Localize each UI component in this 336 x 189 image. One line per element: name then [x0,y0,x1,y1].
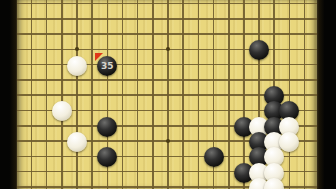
move-number-label: 35 [97,56,117,76]
grid-line-horizontal [17,18,317,20]
grid-line-horizontal [17,33,317,35]
white-stone [67,56,87,76]
star-point [166,139,170,143]
black-stone: 35 [97,56,117,76]
grid-line-horizontal [17,64,317,66]
white-stone [279,132,299,152]
star-point [166,47,170,51]
white-stone [52,101,72,121]
black-stone [97,117,117,137]
star-point [75,47,79,51]
grid-line-horizontal [17,79,317,81]
white-stone [67,132,87,152]
letterbox-right [317,0,336,189]
video-frame: 35 [0,0,336,189]
black-stone [249,40,269,60]
black-stone [204,147,224,167]
letterbox-left [0,0,17,189]
grid-line-horizontal [17,3,317,5]
black-stone [97,147,117,167]
go-board[interactable]: 35 [17,0,317,189]
